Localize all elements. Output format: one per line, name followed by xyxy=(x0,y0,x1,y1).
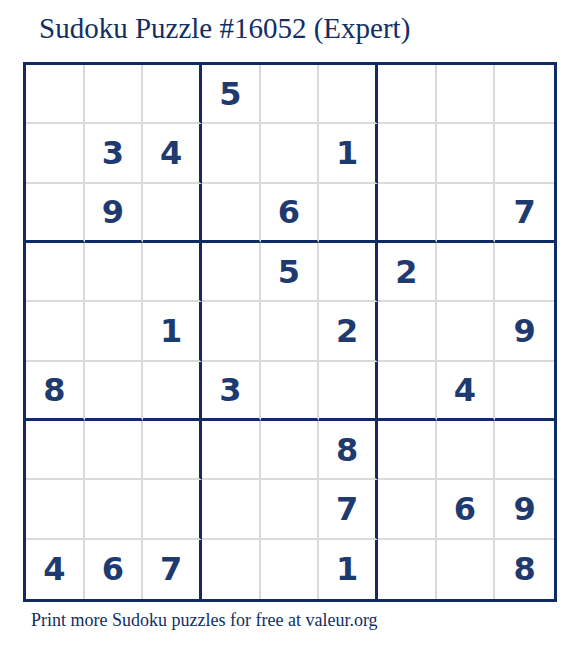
cell-r2c5[interactable] xyxy=(261,124,320,183)
cell-r8c2[interactable] xyxy=(85,480,144,539)
cell-r4c4[interactable] xyxy=(202,243,261,302)
cell-r1c1[interactable] xyxy=(26,65,85,124)
cell-r1c3[interactable] xyxy=(143,65,202,124)
cell-r6c9[interactable] xyxy=(495,362,554,421)
page-title: Sudoku Puzzle #16052 (Expert) xyxy=(39,12,410,45)
cell-r4c7[interactable]: 2 xyxy=(378,243,437,302)
cell-r8c8[interactable]: 6 xyxy=(437,480,496,539)
cell-r3c5[interactable]: 6 xyxy=(261,184,320,243)
cell-r2c6[interactable]: 1 xyxy=(319,124,378,183)
cell-r6c3[interactable] xyxy=(143,362,202,421)
cell-r3c9[interactable]: 7 xyxy=(495,184,554,243)
cell-r9c3[interactable]: 7 xyxy=(143,540,202,599)
cell-r5c4[interactable] xyxy=(202,302,261,361)
cell-r2c7[interactable] xyxy=(378,124,437,183)
cell-r2c2[interactable]: 3 xyxy=(85,124,144,183)
cell-r8c7[interactable] xyxy=(378,480,437,539)
cell-r9c5[interactable] xyxy=(261,540,320,599)
cell-r9c2[interactable]: 6 xyxy=(85,540,144,599)
cell-r6c8[interactable]: 4 xyxy=(437,362,496,421)
cell-r8c5[interactable] xyxy=(261,480,320,539)
cell-r2c8[interactable] xyxy=(437,124,496,183)
cell-r5c2[interactable] xyxy=(85,302,144,361)
cell-r1c8[interactable] xyxy=(437,65,496,124)
cell-r9c1[interactable]: 4 xyxy=(26,540,85,599)
cell-r7c8[interactable] xyxy=(437,421,496,480)
cell-r7c4[interactable] xyxy=(202,421,261,480)
cell-r8c1[interactable] xyxy=(26,480,85,539)
cell-r6c5[interactable] xyxy=(261,362,320,421)
cell-r7c2[interactable] xyxy=(85,421,144,480)
cell-r5c9[interactable]: 9 xyxy=(495,302,554,361)
cell-r4c3[interactable] xyxy=(143,243,202,302)
cell-r6c2[interactable] xyxy=(85,362,144,421)
footer-text: Print more Sudoku puzzles for free at va… xyxy=(31,610,378,631)
cell-r1c5[interactable] xyxy=(261,65,320,124)
cell-r7c1[interactable] xyxy=(26,421,85,480)
cell-r4c8[interactable] xyxy=(437,243,496,302)
cell-r7c9[interactable] xyxy=(495,421,554,480)
cell-r4c5[interactable]: 5 xyxy=(261,243,320,302)
cell-r9c6[interactable]: 1 xyxy=(319,540,378,599)
cell-r4c1[interactable] xyxy=(26,243,85,302)
cell-r7c5[interactable] xyxy=(261,421,320,480)
cell-r2c3[interactable]: 4 xyxy=(143,124,202,183)
cell-r2c1[interactable] xyxy=(26,124,85,183)
cell-r1c7[interactable] xyxy=(378,65,437,124)
cell-r9c4[interactable] xyxy=(202,540,261,599)
cell-r9c7[interactable] xyxy=(378,540,437,599)
cell-r3c6[interactable] xyxy=(319,184,378,243)
cell-r2c9[interactable] xyxy=(495,124,554,183)
cell-r1c9[interactable] xyxy=(495,65,554,124)
cell-r5c3[interactable]: 1 xyxy=(143,302,202,361)
cell-r2c4[interactable] xyxy=(202,124,261,183)
cell-r7c7[interactable] xyxy=(378,421,437,480)
cell-r5c5[interactable] xyxy=(261,302,320,361)
cell-r4c2[interactable] xyxy=(85,243,144,302)
cell-r1c6[interactable] xyxy=(319,65,378,124)
cell-r5c1[interactable] xyxy=(26,302,85,361)
cell-r5c8[interactable] xyxy=(437,302,496,361)
cell-r5c7[interactable] xyxy=(378,302,437,361)
cell-r3c4[interactable] xyxy=(202,184,261,243)
cell-r9c8[interactable] xyxy=(437,540,496,599)
cell-r4c6[interactable] xyxy=(319,243,378,302)
cell-r3c2[interactable]: 9 xyxy=(85,184,144,243)
cell-r6c6[interactable] xyxy=(319,362,378,421)
sudoku-board: 534196752129834876946718 xyxy=(23,62,557,602)
cell-r3c3[interactable] xyxy=(143,184,202,243)
cell-r3c8[interactable] xyxy=(437,184,496,243)
cell-r3c1[interactable] xyxy=(26,184,85,243)
cell-r6c1[interactable]: 8 xyxy=(26,362,85,421)
cell-r5c6[interactable]: 2 xyxy=(319,302,378,361)
cell-r8c3[interactable] xyxy=(143,480,202,539)
cell-r4c9[interactable] xyxy=(495,243,554,302)
cell-r7c6[interactable]: 8 xyxy=(319,421,378,480)
cell-r6c7[interactable] xyxy=(378,362,437,421)
cell-r7c3[interactable] xyxy=(143,421,202,480)
cell-r9c9[interactable]: 8 xyxy=(495,540,554,599)
cell-r1c4[interactable]: 5 xyxy=(202,65,261,124)
cell-r8c4[interactable] xyxy=(202,480,261,539)
cell-r1c2[interactable] xyxy=(85,65,144,124)
cell-r3c7[interactable] xyxy=(378,184,437,243)
cell-r8c6[interactable]: 7 xyxy=(319,480,378,539)
cell-r8c9[interactable]: 9 xyxy=(495,480,554,539)
cell-r6c4[interactable]: 3 xyxy=(202,362,261,421)
